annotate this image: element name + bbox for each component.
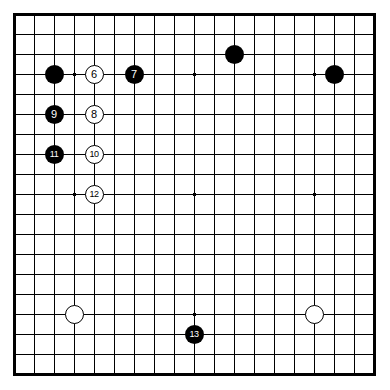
star-point-q16 — [313, 73, 316, 76]
go-board[interactable]: 678910111213 — [0, 0, 390, 390]
stone-white-d4 — [65, 305, 84, 324]
stone-white-e12: 10 — [85, 145, 104, 164]
star-point-k10 — [193, 193, 196, 196]
stone-white-e14: 8 — [85, 105, 104, 124]
stone-black-r16 — [325, 65, 344, 84]
stone-layer: 678910111213 — [4, 4, 384, 384]
star-point-d10 — [73, 193, 76, 196]
star-point-q10 — [313, 193, 316, 196]
star-point-k16 — [193, 73, 196, 76]
stone-white-e16: 6 — [85, 65, 104, 84]
stone-black-m17 — [225, 45, 244, 64]
go-diagram-page: 678910111213 — [0, 0, 390, 390]
stone-black-c12: 11 — [45, 145, 64, 164]
stone-black-g16: 7 — [125, 65, 144, 84]
stone-black-k3: 13 — [185, 325, 204, 344]
stone-white-e10: 12 — [85, 185, 104, 204]
star-point-d16 — [73, 73, 76, 76]
stone-black-c14: 9 — [45, 105, 64, 124]
star-point-k4 — [193, 313, 196, 316]
stone-black-c16 — [45, 65, 64, 84]
stone-white-q4 — [305, 305, 324, 324]
